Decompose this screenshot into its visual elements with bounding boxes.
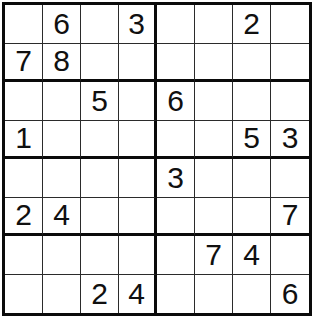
cell-r3c1[interactable]	[5, 82, 43, 121]
cell-r7c5[interactable]	[157, 236, 195, 275]
cell-r4c1[interactable]: 1	[5, 121, 43, 160]
cell-r6c3[interactable]	[81, 198, 119, 237]
cell-r6c2[interactable]: 4	[43, 198, 81, 237]
cell-r2c2[interactable]: 8	[43, 44, 81, 83]
cell-r1c1[interactable]	[5, 5, 43, 44]
cell-r1c2[interactable]: 6	[43, 5, 81, 44]
cell-r4c2[interactable]	[43, 121, 81, 160]
cell-r1c5[interactable]	[157, 5, 195, 44]
cell-r2c7[interactable]	[233, 44, 271, 83]
cell-r5c6[interactable]	[195, 159, 233, 198]
cell-r4c8[interactable]: 3	[271, 121, 309, 160]
cell-r5c3[interactable]	[81, 159, 119, 198]
cell-r5c4[interactable]	[119, 159, 157, 198]
cell-r4c5[interactable]	[157, 121, 195, 160]
cell-r2c4[interactable]	[119, 44, 157, 83]
cell-r6c6[interactable]	[195, 198, 233, 237]
cell-r7c7[interactable]: 4	[233, 236, 271, 275]
cell-r7c4[interactable]	[119, 236, 157, 275]
cell-r8c4[interactable]: 4	[119, 275, 157, 314]
cell-r6c8[interactable]: 7	[271, 198, 309, 237]
cell-r6c5[interactable]	[157, 198, 195, 237]
cell-r5c8[interactable]	[271, 159, 309, 198]
cell-r8c1[interactable]	[5, 275, 43, 314]
cell-r1c7[interactable]: 2	[233, 5, 271, 44]
cell-r4c3[interactable]	[81, 121, 119, 160]
sudoku-board: 6327856153324774246	[2, 2, 312, 316]
cell-r8c6[interactable]	[195, 275, 233, 314]
cell-r1c3[interactable]	[81, 5, 119, 44]
cell-r6c7[interactable]	[233, 198, 271, 237]
cell-r3c7[interactable]	[233, 82, 271, 121]
cell-r7c3[interactable]	[81, 236, 119, 275]
cell-r3c8[interactable]	[271, 82, 309, 121]
cell-r8c3[interactable]: 2	[81, 275, 119, 314]
cell-r1c6[interactable]	[195, 5, 233, 44]
cell-r2c5[interactable]	[157, 44, 195, 83]
cell-r7c6[interactable]: 7	[195, 236, 233, 275]
cell-r1c4[interactable]: 3	[119, 5, 157, 44]
cell-r3c2[interactable]	[43, 82, 81, 121]
cell-r3c3[interactable]: 5	[81, 82, 119, 121]
cell-r3c4[interactable]	[119, 82, 157, 121]
cell-r6c1[interactable]: 2	[5, 198, 43, 237]
cell-r3c6[interactable]	[195, 82, 233, 121]
cell-r4c7[interactable]: 5	[233, 121, 271, 160]
cell-r5c5[interactable]: 3	[157, 159, 195, 198]
cell-r7c8[interactable]	[271, 236, 309, 275]
cell-r2c6[interactable]	[195, 44, 233, 83]
cell-r5c7[interactable]	[233, 159, 271, 198]
cell-r1c8[interactable]	[271, 5, 309, 44]
cell-r4c4[interactable]	[119, 121, 157, 160]
cell-r7c1[interactable]	[5, 236, 43, 275]
cell-r3c5[interactable]: 6	[157, 82, 195, 121]
cell-r2c8[interactable]	[271, 44, 309, 83]
cell-r2c3[interactable]	[81, 44, 119, 83]
cell-r8c8[interactable]: 6	[271, 275, 309, 314]
cell-r4c6[interactable]	[195, 121, 233, 160]
cell-r7c2[interactable]	[43, 236, 81, 275]
cell-r2c1[interactable]: 7	[5, 44, 43, 83]
cell-r5c1[interactable]	[5, 159, 43, 198]
cell-r6c4[interactable]	[119, 198, 157, 237]
cell-r5c2[interactable]	[43, 159, 81, 198]
cell-r8c2[interactable]	[43, 275, 81, 314]
cell-r8c5[interactable]	[157, 275, 195, 314]
cell-r8c7[interactable]	[233, 275, 271, 314]
